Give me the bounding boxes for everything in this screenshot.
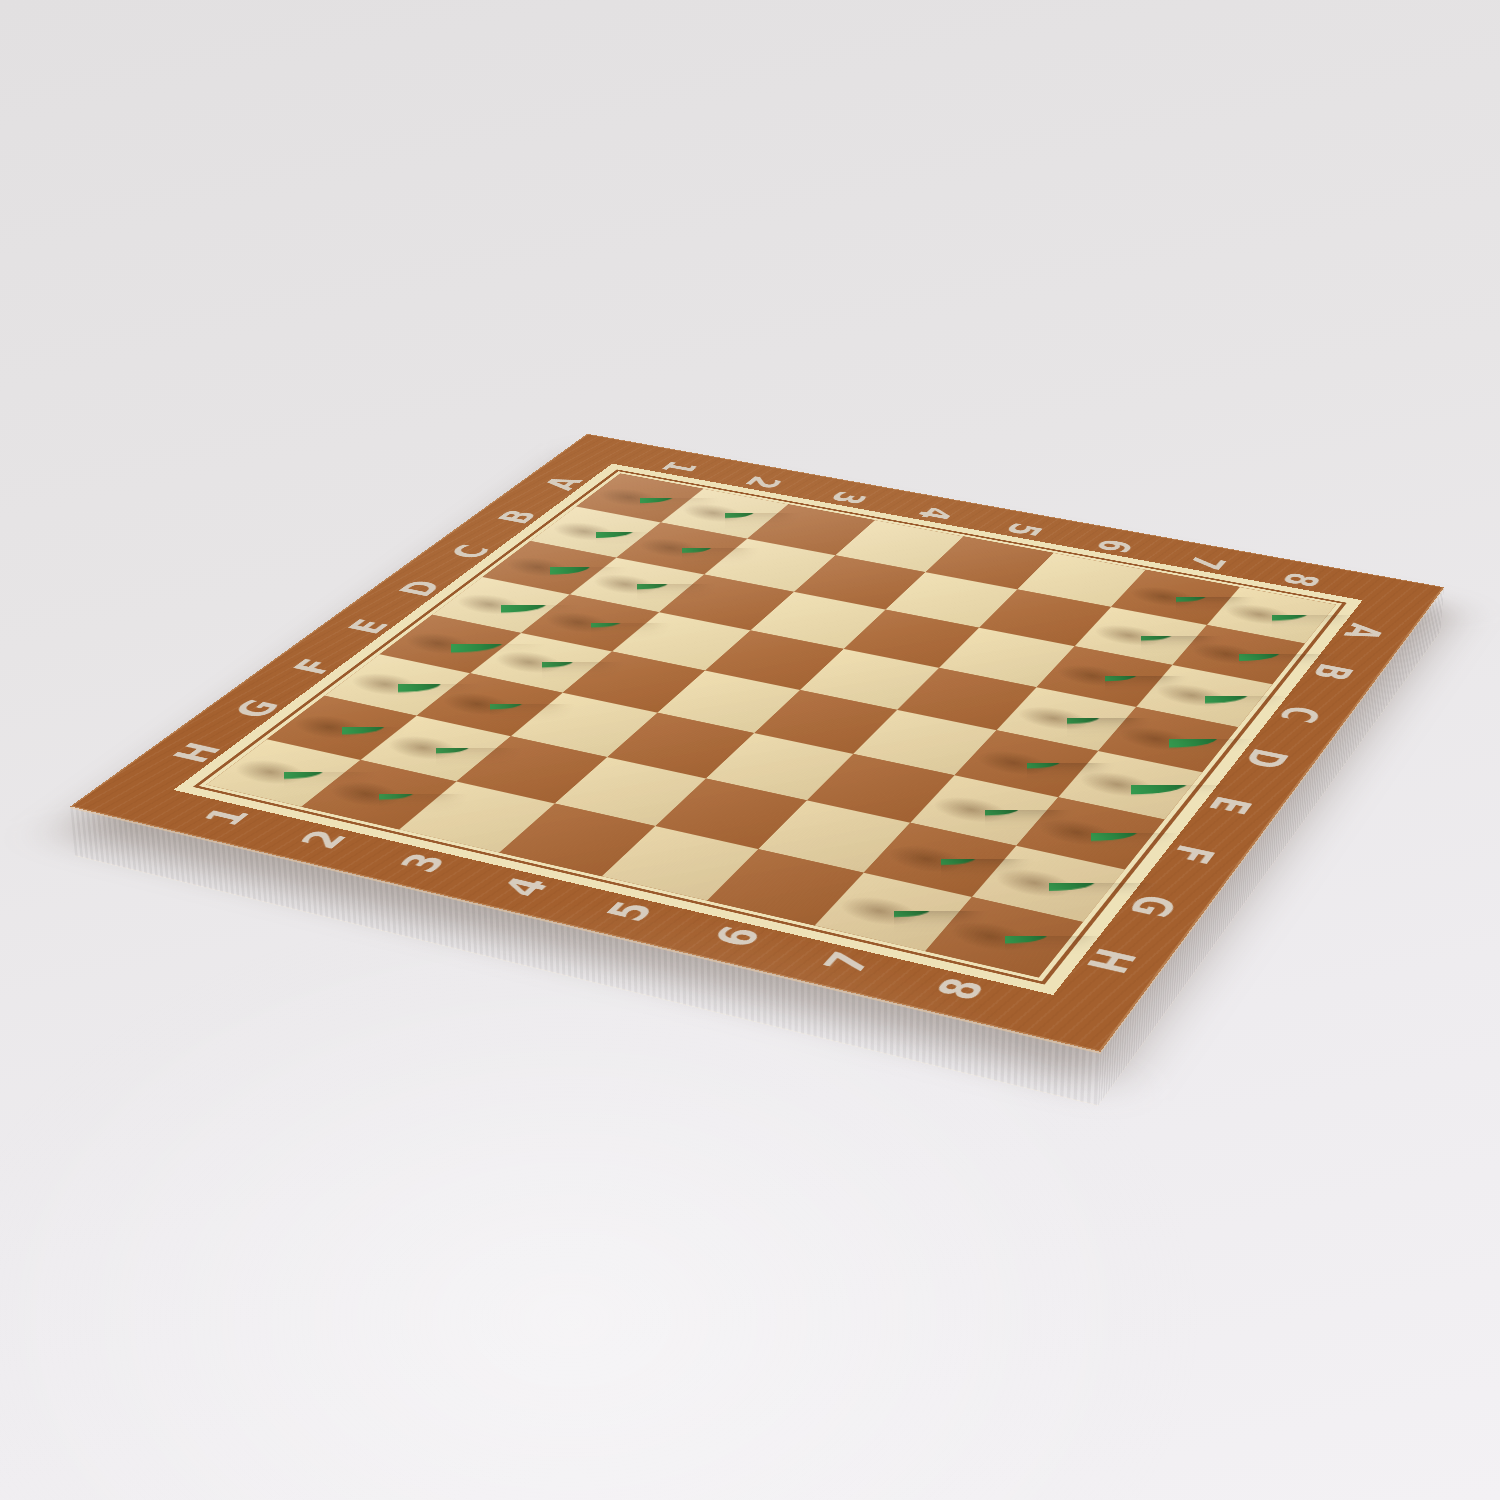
square-h8: ♜ <box>925 897 1083 977</box>
rook-glyph: ♜ <box>708 687 1301 968</box>
pawn-glyph: ♟ <box>104 592 655 819</box>
coord-near-left-numbers-7: 7 <box>812 947 884 977</box>
coord-near-left-numbers-2: 2 <box>290 826 359 853</box>
coord-near-left-numbers-3: 3 <box>389 849 458 876</box>
chessboard: ♜♟♟♜♞♟♟♞♝♟♟♝♛♟♟♛♚♟♟♚♝♟♟♝♞♟♟♞♜♟♟♜ 1234567… <box>70 434 1444 1052</box>
coord-near-left-numbers-1: 1 <box>193 803 261 829</box>
coord-near-left-numbers-4: 4 <box>491 873 561 901</box>
coord-near-left-numbers-8: 8 <box>925 973 998 1004</box>
studio-photo-scene: ♜♟♟♜♞♟♟♞♝♟♟♝♛♟♟♛♚♟♟♚♝♟♟♝♞♟♟♞♜♟♟♜ 1234567… <box>0 0 1500 1500</box>
coord-black-side-letters-H: H <box>1073 944 1147 978</box>
